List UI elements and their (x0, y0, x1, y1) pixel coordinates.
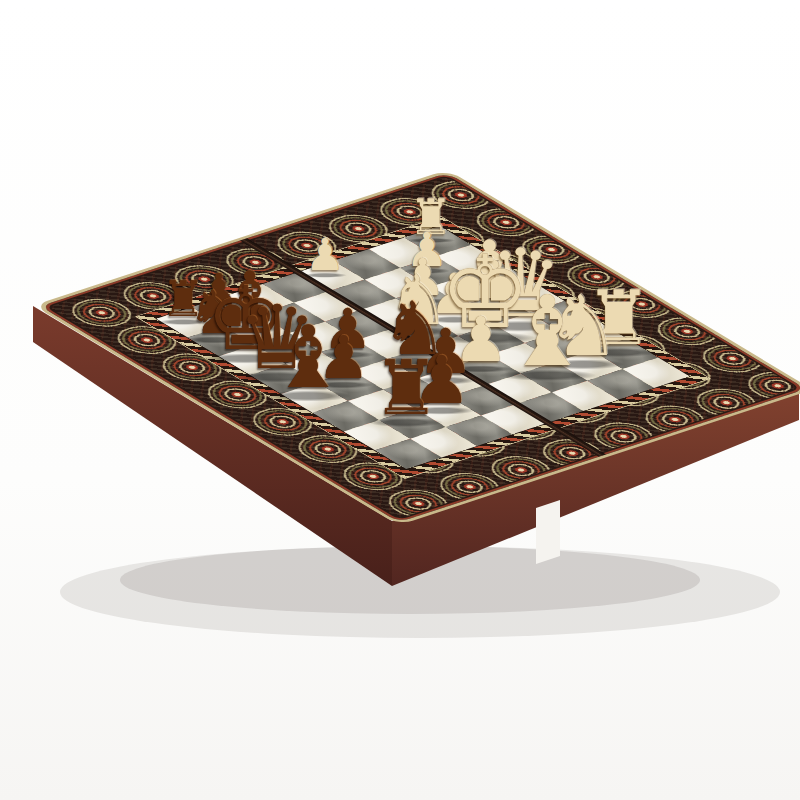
piece-dark-rook-b2[interactable]: ♜ (372, 351, 439, 426)
box-side-seam-gap (536, 500, 560, 564)
light-pawn-glyph: ♟ (305, 233, 344, 277)
product-photo-stage: ♜♟♟♜♞♝♟♚♟♛♟♞♟♝♝♟♞♚♛♟♟♜♟♝♞♜ (0, 0, 800, 800)
piece-light-pawn-e8[interactable]: ♟ (305, 233, 344, 277)
piece-dark-bishop-a4[interactable]: ♝ (270, 314, 347, 400)
dark-bishop-glyph: ♝ (270, 314, 347, 400)
dark-rook-glyph: ♜ (372, 351, 439, 426)
piece-light-bishop-f2[interactable]: ♝ (504, 283, 591, 380)
light-bishop-glyph: ♝ (504, 283, 591, 380)
